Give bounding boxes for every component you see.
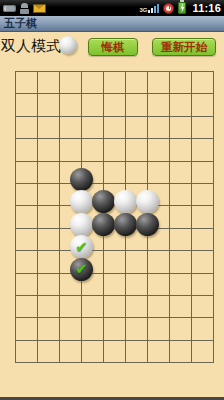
board-cell[interactable] — [103, 295, 125, 317]
status-bar-right: 3G 11:16 — [139, 2, 221, 14]
board-cell[interactable] — [103, 71, 125, 93]
board-cell[interactable] — [191, 93, 213, 115]
game-area: 双人模式 悔棋 重新开始 ✔✔ — [0, 33, 224, 400]
board-cell[interactable] — [125, 161, 147, 183]
board-cell[interactable] — [125, 228, 147, 250]
board-cell[interactable] — [59, 273, 81, 295]
board-cell[interactable] — [37, 250, 59, 272]
board-cell[interactable] — [147, 93, 169, 115]
board-cell[interactable] — [147, 295, 169, 317]
board-cell[interactable] — [125, 205, 147, 227]
board-cell[interactable] — [125, 93, 147, 115]
phone-screen: 3G 11:16 五子棋 双人模式 悔棋 重新开始 ✔✔ — [0, 0, 224, 400]
board-cell[interactable] — [103, 116, 125, 138]
board-cell[interactable] — [37, 116, 59, 138]
board-cell[interactable] — [147, 250, 169, 272]
board-cell[interactable] — [81, 116, 103, 138]
board-cell[interactable] — [147, 273, 169, 295]
board-cell[interactable] — [125, 71, 147, 93]
board-cell[interactable] — [37, 138, 59, 160]
board-cell[interactable] — [81, 295, 103, 317]
board-cell[interactable] — [59, 183, 81, 205]
undo-button[interactable]: 悔棋 — [88, 38, 138, 56]
board-cell[interactable] — [103, 250, 125, 272]
board-cell[interactable] — [81, 250, 103, 272]
board-cell[interactable] — [191, 273, 213, 295]
board-cell[interactable] — [191, 228, 213, 250]
board-cell[interactable] — [15, 317, 37, 339]
board-cell[interactable] — [81, 228, 103, 250]
new-message-icon — [33, 4, 46, 13]
robot-body — [20, 9, 29, 14]
board-cell[interactable] — [81, 138, 103, 160]
board-cell[interactable] — [103, 317, 125, 339]
board-cell[interactable] — [191, 317, 213, 339]
board-cell[interactable] — [169, 250, 191, 272]
status-bar: 3G 11:16 — [0, 0, 224, 16]
board-grid — [15, 71, 214, 363]
lightning-bolt-icon — [179, 3, 185, 13]
board-cell[interactable] — [103, 161, 125, 183]
board-cell[interactable] — [103, 273, 125, 295]
board-cell[interactable] — [15, 138, 37, 160]
board-cell[interactable] — [15, 93, 37, 115]
board-cell[interactable] — [169, 93, 191, 115]
board-cell[interactable] — [15, 161, 37, 183]
board-cell[interactable] — [169, 71, 191, 93]
board-cell[interactable] — [191, 250, 213, 272]
board-cell[interactable] — [59, 161, 81, 183]
clock-time: 11:16 — [192, 2, 221, 14]
board-cell[interactable] — [147, 116, 169, 138]
status-bar-left — [3, 3, 46, 14]
board-cell[interactable] — [191, 138, 213, 160]
alarm-clock-face — [166, 6, 171, 11]
board-cell[interactable] — [59, 250, 81, 272]
board-cell[interactable] — [59, 71, 81, 93]
title-bar: 五子棋 — [0, 16, 224, 32]
board-cell[interactable] — [169, 317, 191, 339]
board-cell[interactable] — [147, 340, 169, 362]
board-cell[interactable] — [169, 340, 191, 362]
board-cell[interactable] — [15, 273, 37, 295]
board-cell[interactable] — [125, 317, 147, 339]
board-cell[interactable] — [125, 295, 147, 317]
board-cell[interactable] — [59, 205, 81, 227]
restart-button[interactable]: 重新开始 — [152, 38, 216, 56]
board-cell[interactable] — [125, 340, 147, 362]
board-cell[interactable] — [81, 71, 103, 93]
board-cell[interactable] — [15, 228, 37, 250]
board-cell[interactable] — [147, 228, 169, 250]
board-cell[interactable] — [81, 183, 103, 205]
turn-indicator-stone — [59, 36, 77, 54]
board-cell[interactable] — [191, 161, 213, 183]
usb-debugging-icon — [20, 3, 29, 14]
signal-3g-label: 3G — [139, 7, 147, 13]
board-cell[interactable] — [169, 295, 191, 317]
board-cell[interactable] — [37, 317, 59, 339]
board-cell[interactable] — [191, 183, 213, 205]
board-cell[interactable] — [169, 161, 191, 183]
board-cell[interactable] — [37, 295, 59, 317]
usb-icon — [3, 5, 16, 12]
board-cell[interactable] — [169, 273, 191, 295]
board-cell[interactable] — [81, 317, 103, 339]
board-cell[interactable] — [15, 71, 37, 93]
board-cell[interactable] — [59, 93, 81, 115]
board-cell[interactable] — [191, 340, 213, 362]
board-cell[interactable] — [191, 295, 213, 317]
board-cell[interactable] — [81, 205, 103, 227]
board-cell[interactable] — [103, 340, 125, 362]
board-cell[interactable] — [15, 116, 37, 138]
board-cell[interactable] — [37, 205, 59, 227]
board-cell[interactable] — [37, 183, 59, 205]
board-cell[interactable] — [147, 183, 169, 205]
gomoku-board[interactable]: ✔✔ — [15, 71, 214, 364]
signal-3g-icon: 3G — [139, 4, 159, 13]
board-cell[interactable] — [59, 295, 81, 317]
board-cell[interactable] — [169, 228, 191, 250]
board-cell[interactable] — [37, 228, 59, 250]
board-cell[interactable] — [147, 161, 169, 183]
board-cell[interactable] — [15, 205, 37, 227]
board-cell[interactable] — [59, 138, 81, 160]
board-cell[interactable] — [125, 138, 147, 160]
board-cell[interactable] — [125, 116, 147, 138]
board-cell[interactable] — [81, 161, 103, 183]
board-cell[interactable] — [37, 71, 59, 93]
board-cell[interactable] — [191, 71, 213, 93]
board-cell[interactable] — [59, 340, 81, 362]
signal-bars — [148, 4, 159, 13]
board-cell[interactable] — [81, 93, 103, 115]
board-cell[interactable] — [169, 116, 191, 138]
board-cell[interactable] — [37, 93, 59, 115]
board-cell[interactable] — [103, 183, 125, 205]
board-cell[interactable] — [125, 183, 147, 205]
board-cell[interactable] — [169, 205, 191, 227]
board-cell[interactable] — [59, 116, 81, 138]
board-cell[interactable] — [15, 183, 37, 205]
battery-tip — [180, 0, 184, 2]
board-cell[interactable] — [59, 317, 81, 339]
board-cell[interactable] — [103, 93, 125, 115]
board-cell[interactable] — [37, 340, 59, 362]
board-cell[interactable] — [59, 228, 81, 250]
board-cell[interactable] — [103, 138, 125, 160]
board-cell[interactable] — [169, 138, 191, 160]
board-cell[interactable] — [125, 250, 147, 272]
battery-charging-icon — [178, 2, 186, 14]
board-cell[interactable] — [81, 273, 103, 295]
alarm-clock-icon — [163, 3, 174, 14]
board-cell[interactable] — [169, 183, 191, 205]
app-title: 五子棋 — [4, 16, 37, 31]
robot-head — [21, 3, 28, 8]
board-cell[interactable] — [147, 138, 169, 160]
board-cell[interactable] — [147, 317, 169, 339]
board-cell[interactable] — [191, 116, 213, 138]
board-cell[interactable] — [103, 205, 125, 227]
board-cell[interactable] — [103, 228, 125, 250]
board-cell[interactable] — [81, 340, 103, 362]
envelope-flap — [34, 5, 44, 9]
board-cell[interactable] — [37, 273, 59, 295]
board-cell[interactable] — [147, 71, 169, 93]
board-cell[interactable] — [191, 205, 213, 227]
board-cell[interactable] — [15, 340, 37, 362]
board-cell[interactable] — [15, 295, 37, 317]
board-cell[interactable] — [37, 161, 59, 183]
board-cell[interactable] — [147, 205, 169, 227]
board-cell[interactable] — [15, 250, 37, 272]
mode-label: 双人模式 — [1, 37, 61, 56]
board-cell[interactable] — [125, 273, 147, 295]
